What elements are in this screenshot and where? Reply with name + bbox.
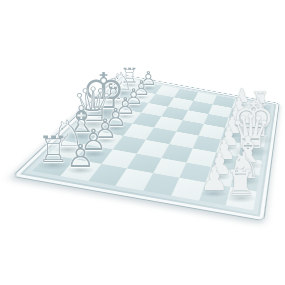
piece-clear-pawn[interactable]: ♙ — [66, 140, 95, 172]
piece-frosted-rook[interactable]: ♜ — [225, 165, 257, 201]
piece-clear-rook[interactable]: ♖ — [37, 132, 69, 168]
product-photo: ♜♞♝♛♚♝♞♜♟♟♟♟♟♟♟♟♙♙♙♙♙♙♙♙♖♘♗♕♔♗♘♖ — [0, 0, 285, 285]
